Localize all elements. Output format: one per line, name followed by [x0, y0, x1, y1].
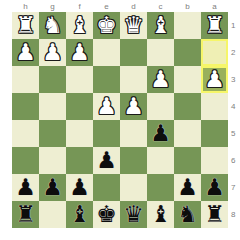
square-g8[interactable]	[39, 201, 66, 228]
square-h6[interactable]	[12, 147, 39, 174]
square-d4[interactable]: ♟	[120, 93, 147, 120]
piece-black-queen[interactable]: ♛	[120, 201, 147, 228]
square-f5[interactable]	[66, 120, 93, 147]
square-h5[interactable]	[12, 120, 39, 147]
piece-black-bishop[interactable]: ♝	[66, 201, 93, 228]
piece-white-pawn[interactable]: ♟	[201, 66, 228, 93]
rank-label-5: 5	[228, 120, 240, 147]
square-a2[interactable]	[201, 39, 228, 66]
rank-label-6: 6	[228, 147, 240, 174]
piece-black-pawn[interactable]: ♟	[174, 174, 201, 201]
square-h4[interactable]	[12, 93, 39, 120]
piece-white-rook[interactable]: ♜	[12, 12, 39, 39]
square-c5[interactable]: ♟	[147, 120, 174, 147]
square-b1[interactable]	[174, 12, 201, 39]
square-e7[interactable]	[93, 174, 120, 201]
square-h1[interactable]: ♜	[12, 12, 39, 39]
rank-label-7: 7	[228, 174, 240, 201]
square-b7[interactable]: ♟	[174, 174, 201, 201]
piece-black-knight[interactable]: ♞	[174, 201, 201, 228]
square-h3[interactable]	[12, 66, 39, 93]
rank-label-8: 8	[228, 201, 240, 228]
square-g4[interactable]	[39, 93, 66, 120]
piece-white-bishop[interactable]: ♝	[147, 12, 174, 39]
piece-white-queen[interactable]: ♛	[120, 12, 147, 39]
square-e8[interactable]: ♚	[93, 201, 120, 228]
square-e5[interactable]	[93, 120, 120, 147]
square-e1[interactable]: ♚	[93, 12, 120, 39]
square-d6[interactable]	[120, 147, 147, 174]
square-f4[interactable]	[66, 93, 93, 120]
square-d8[interactable]: ♛	[120, 201, 147, 228]
square-d7[interactable]	[120, 174, 147, 201]
piece-white-pawn[interactable]: ♟	[39, 39, 66, 66]
square-a3[interactable]: ♟	[201, 66, 228, 93]
rank-labels: 12345678	[228, 12, 240, 228]
rank-label-3: 3	[228, 66, 240, 93]
piece-white-pawn[interactable]: ♟	[66, 39, 93, 66]
square-a4[interactable]	[201, 93, 228, 120]
square-f6[interactable]	[66, 147, 93, 174]
square-b5[interactable]	[174, 120, 201, 147]
chess-app: hgfedcba ♜♞♝♚♛♝♜♟♟♟♟♟♟♟♟♟♟♟♟♟♟♜♝♚♛♝♞♜ 12…	[0, 0, 240, 240]
piece-white-pawn[interactable]: ♟	[12, 39, 39, 66]
piece-white-knight[interactable]: ♞	[39, 12, 66, 39]
rank-label-2: 2	[228, 39, 240, 66]
square-f3[interactable]	[66, 66, 93, 93]
square-g2[interactable]: ♟	[39, 39, 66, 66]
square-h7[interactable]: ♟	[12, 174, 39, 201]
square-a8[interactable]: ♜	[201, 201, 228, 228]
piece-black-pawn[interactable]: ♟	[12, 174, 39, 201]
square-b6[interactable]	[174, 147, 201, 174]
square-g1[interactable]: ♞	[39, 12, 66, 39]
square-d1[interactable]: ♛	[120, 12, 147, 39]
chess-board: ♜♞♝♚♛♝♜♟♟♟♟♟♟♟♟♟♟♟♟♟♟♜♝♚♛♝♞♜	[12, 12, 228, 228]
square-a7[interactable]: ♟	[201, 174, 228, 201]
square-e4[interactable]: ♟	[93, 93, 120, 120]
piece-white-pawn[interactable]: ♟	[93, 93, 120, 120]
square-h8[interactable]: ♜	[12, 201, 39, 228]
piece-white-king[interactable]: ♚	[93, 12, 120, 39]
square-e6[interactable]: ♟	[93, 147, 120, 174]
square-f2[interactable]: ♟	[66, 39, 93, 66]
piece-black-pawn[interactable]: ♟	[39, 174, 66, 201]
square-c3[interactable]: ♟	[147, 66, 174, 93]
square-g7[interactable]: ♟	[39, 174, 66, 201]
square-f7[interactable]: ♟	[66, 174, 93, 201]
piece-black-pawn[interactable]: ♟	[93, 147, 120, 174]
rank-label-1: 1	[228, 12, 240, 39]
piece-black-king[interactable]: ♚	[93, 201, 120, 228]
square-c7[interactable]	[147, 174, 174, 201]
rank-label-4: 4	[228, 93, 240, 120]
square-d5[interactable]	[120, 120, 147, 147]
piece-black-bishop[interactable]: ♝	[147, 201, 174, 228]
square-f1[interactable]: ♝	[66, 12, 93, 39]
square-b2[interactable]	[174, 39, 201, 66]
piece-black-rook[interactable]: ♜	[12, 201, 39, 228]
piece-black-pawn[interactable]: ♟	[201, 174, 228, 201]
square-b8[interactable]: ♞	[174, 201, 201, 228]
square-c8[interactable]: ♝	[147, 201, 174, 228]
piece-black-pawn[interactable]: ♟	[66, 174, 93, 201]
file-labels: hgfedcba	[12, 0, 228, 12]
square-a1[interactable]: ♜	[201, 12, 228, 39]
square-e3[interactable]	[93, 66, 120, 93]
piece-black-rook[interactable]: ♜	[201, 201, 228, 228]
square-b3[interactable]	[174, 66, 201, 93]
square-g6[interactable]	[39, 147, 66, 174]
square-h2[interactable]: ♟	[12, 39, 39, 66]
square-c2[interactable]	[147, 39, 174, 66]
square-d3[interactable]	[120, 66, 147, 93]
square-d2[interactable]	[120, 39, 147, 66]
piece-white-pawn[interactable]: ♟	[147, 66, 174, 93]
piece-white-bishop[interactable]: ♝	[66, 12, 93, 39]
square-c4[interactable]	[147, 93, 174, 120]
piece-white-rook[interactable]: ♜	[201, 12, 228, 39]
square-a6[interactable]	[201, 147, 228, 174]
square-c1[interactable]: ♝	[147, 12, 174, 39]
square-g3[interactable]	[39, 66, 66, 93]
square-g5[interactable]	[39, 120, 66, 147]
square-c6[interactable]	[147, 147, 174, 174]
square-b4[interactable]	[174, 93, 201, 120]
square-a5[interactable]	[201, 120, 228, 147]
square-e2[interactable]	[93, 39, 120, 66]
piece-black-pawn[interactable]: ♟	[147, 120, 174, 147]
piece-white-pawn[interactable]: ♟	[120, 93, 147, 120]
square-f8[interactable]: ♝	[66, 201, 93, 228]
